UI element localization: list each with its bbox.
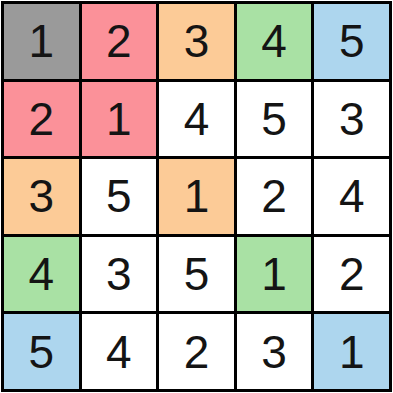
cell-value: 3 (184, 18, 210, 64)
cell-value: 3 (106, 251, 132, 297)
cell-value: 1 (261, 251, 287, 297)
cell-value: 5 (106, 173, 132, 219)
cell-r2c2[interactable]: 1 (82, 82, 157, 157)
cell-r2c4[interactable]: 5 (237, 82, 312, 157)
cell-r1c2[interactable]: 2 (82, 4, 157, 79)
cell-r2c5[interactable]: 3 (314, 82, 389, 157)
cell-value: 1 (29, 18, 55, 64)
cell-value: 3 (261, 329, 287, 375)
cell-value: 5 (339, 18, 365, 64)
cell-r2c3[interactable]: 4 (159, 82, 234, 157)
cell-value: 5 (29, 329, 55, 375)
cell-value: 4 (184, 96, 210, 142)
cell-value: 4 (106, 329, 132, 375)
cell-r3c2[interactable]: 5 (82, 159, 157, 234)
cell-r4c1[interactable]: 4 (4, 237, 79, 312)
cell-r5c1[interactable]: 5 (4, 314, 79, 389)
cell-value: 1 (184, 173, 210, 219)
cell-r1c3[interactable]: 3 (159, 4, 234, 79)
cell-value: 1 (106, 96, 132, 142)
cell-r3c3[interactable]: 1 (159, 159, 234, 234)
cell-r2c1[interactable]: 2 (4, 82, 79, 157)
cell-r5c3[interactable]: 2 (159, 314, 234, 389)
cell-value: 5 (184, 251, 210, 297)
cell-value: 2 (29, 96, 55, 142)
cell-r5c5[interactable]: 1 (314, 314, 389, 389)
cell-r5c4[interactable]: 3 (237, 314, 312, 389)
cell-value: 2 (184, 329, 210, 375)
latin-square-board: 1234521453351244351254231 (1, 1, 392, 392)
cell-r4c2[interactable]: 3 (82, 237, 157, 312)
cell-value: 4 (339, 173, 365, 219)
cell-value: 2 (106, 18, 132, 64)
cell-r5c2[interactable]: 4 (82, 314, 157, 389)
cell-value: 4 (29, 251, 55, 297)
puzzle-stage: 1234521453351244351254231 (0, 0, 393, 393)
cell-r3c5[interactable]: 4 (314, 159, 389, 234)
cell-r3c4[interactable]: 2 (237, 159, 312, 234)
cell-r1c4[interactable]: 4 (237, 4, 312, 79)
cell-r1c5[interactable]: 5 (314, 4, 389, 79)
cell-r4c5[interactable]: 2 (314, 237, 389, 312)
cell-value: 5 (261, 96, 287, 142)
cell-value: 3 (29, 173, 55, 219)
cell-value: 4 (261, 18, 287, 64)
cell-value: 2 (339, 251, 365, 297)
cell-value: 3 (339, 96, 365, 142)
cell-r4c3[interactable]: 5 (159, 237, 234, 312)
cell-r4c4[interactable]: 1 (237, 237, 312, 312)
cell-value: 2 (261, 173, 287, 219)
cell-r3c1[interactable]: 3 (4, 159, 79, 234)
cell-r1c1[interactable]: 1 (4, 4, 79, 79)
cell-value: 1 (339, 329, 365, 375)
